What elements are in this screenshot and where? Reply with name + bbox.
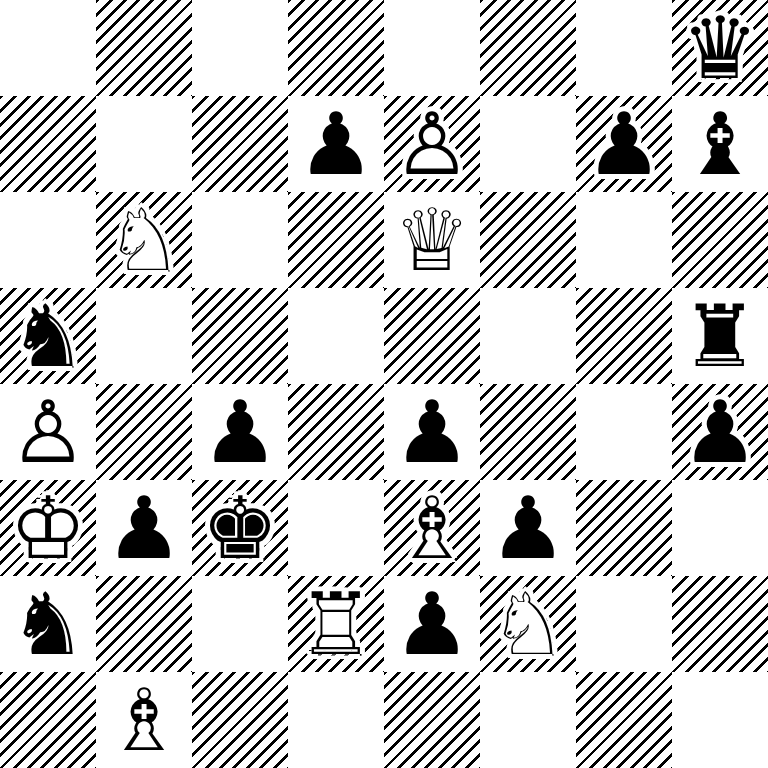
square-b4[interactable]: [96, 384, 192, 480]
square-g4[interactable]: [576, 384, 672, 480]
piece-glyph: ♜: [672, 288, 768, 384]
square-d3[interactable]: [288, 480, 384, 576]
piece-white-rook[interactable]: ♜♖: [288, 576, 384, 672]
square-g3[interactable]: [576, 480, 672, 576]
square-h4[interactable]: ♟♟: [672, 384, 768, 480]
piece-white-bishop[interactable]: ♝♗: [384, 480, 480, 576]
piece-glyph: ♔: [0, 480, 96, 576]
piece-glyph: ♞: [0, 576, 96, 672]
square-h8[interactable]: ♛♛: [672, 0, 768, 96]
square-d6[interactable]: [288, 192, 384, 288]
piece-black-pawn[interactable]: ♟♟: [576, 96, 672, 192]
piece-glyph: ♙: [0, 384, 96, 480]
square-b5[interactable]: [96, 288, 192, 384]
piece-black-king[interactable]: ♚♚: [192, 480, 288, 576]
square-f4[interactable]: [480, 384, 576, 480]
piece-black-knight[interactable]: ♞♞: [0, 576, 96, 672]
square-h7[interactable]: ♝♝: [672, 96, 768, 192]
square-f6[interactable]: [480, 192, 576, 288]
square-h6[interactable]: [672, 192, 768, 288]
square-g8[interactable]: [576, 0, 672, 96]
square-a5[interactable]: ♞♞: [0, 288, 96, 384]
square-b1[interactable]: ♝♗: [96, 672, 192, 768]
square-a6[interactable]: [0, 192, 96, 288]
piece-glyph: ♘: [480, 576, 576, 672]
square-h1[interactable]: [672, 672, 768, 768]
piece-black-bishop[interactable]: ♝♝: [672, 96, 768, 192]
square-f5[interactable]: [480, 288, 576, 384]
square-e4[interactable]: ♟♟: [384, 384, 480, 480]
chess-board: ♛♛♟♟♟♙♟♟♝♝♞♘♛♕♞♞♜♜♟♙♟♟♟♟♟♟♚♔♟♟♚♚♝♗♟♟♞♞♜♖…: [0, 0, 768, 768]
square-h5[interactable]: ♜♜: [672, 288, 768, 384]
square-f8[interactable]: [480, 0, 576, 96]
piece-glyph: ♟: [384, 384, 480, 480]
piece-black-pawn[interactable]: ♟♟: [384, 576, 480, 672]
piece-black-queen[interactable]: ♛♛: [672, 0, 768, 96]
piece-glyph: ♞: [0, 288, 96, 384]
square-f7[interactable]: [480, 96, 576, 192]
square-f2[interactable]: ♞♘: [480, 576, 576, 672]
square-e6[interactable]: ♛♕: [384, 192, 480, 288]
piece-black-pawn[interactable]: ♟♟: [96, 480, 192, 576]
square-a7[interactable]: [0, 96, 96, 192]
square-c3[interactable]: ♚♚: [192, 480, 288, 576]
square-c5[interactable]: [192, 288, 288, 384]
piece-glyph: ♗: [384, 480, 480, 576]
square-e5[interactable]: [384, 288, 480, 384]
square-e7[interactable]: ♟♙: [384, 96, 480, 192]
piece-glyph: ♕: [384, 192, 480, 288]
piece-black-pawn[interactable]: ♟♟: [192, 384, 288, 480]
piece-glyph: ♗: [96, 672, 192, 768]
piece-glyph: ♖: [288, 576, 384, 672]
piece-glyph: ♟: [288, 96, 384, 192]
piece-white-bishop[interactable]: ♝♗: [96, 672, 192, 768]
piece-glyph: ♛: [672, 0, 768, 96]
square-d4[interactable]: [288, 384, 384, 480]
square-b6[interactable]: ♞♘: [96, 192, 192, 288]
piece-black-rook[interactable]: ♜♜: [672, 288, 768, 384]
square-f3[interactable]: ♟♟: [480, 480, 576, 576]
piece-glyph: ♘: [96, 192, 192, 288]
square-d2[interactable]: ♜♖: [288, 576, 384, 672]
square-e1[interactable]: [384, 672, 480, 768]
piece-white-pawn[interactable]: ♟♙: [0, 384, 96, 480]
square-g5[interactable]: [576, 288, 672, 384]
square-a3[interactable]: ♚♔: [0, 480, 96, 576]
piece-glyph: ♚: [192, 480, 288, 576]
square-d1[interactable]: [288, 672, 384, 768]
square-a2[interactable]: ♞♞: [0, 576, 96, 672]
square-c6[interactable]: [192, 192, 288, 288]
piece-glyph: ♟: [672, 384, 768, 480]
piece-white-queen[interactable]: ♛♕: [384, 192, 480, 288]
square-e8[interactable]: [384, 0, 480, 96]
square-b3[interactable]: ♟♟: [96, 480, 192, 576]
square-b2[interactable]: [96, 576, 192, 672]
piece-black-pawn[interactable]: ♟♟: [384, 384, 480, 480]
square-c8[interactable]: [192, 0, 288, 96]
piece-black-knight[interactable]: ♞♞: [0, 288, 96, 384]
square-h3[interactable]: [672, 480, 768, 576]
piece-glyph: ♟: [192, 384, 288, 480]
square-c4[interactable]: ♟♟: [192, 384, 288, 480]
piece-white-king[interactable]: ♚♔: [0, 480, 96, 576]
square-g2[interactable]: [576, 576, 672, 672]
piece-black-pawn[interactable]: ♟♟: [288, 96, 384, 192]
piece-glyph: ♟: [384, 576, 480, 672]
square-e3[interactable]: ♝♗: [384, 480, 480, 576]
square-c7[interactable]: [192, 96, 288, 192]
square-a1[interactable]: [0, 672, 96, 768]
square-g7[interactable]: ♟♟: [576, 96, 672, 192]
square-g6[interactable]: [576, 192, 672, 288]
square-c1[interactable]: [192, 672, 288, 768]
square-e2[interactable]: ♟♟: [384, 576, 480, 672]
piece-glyph: ♙: [384, 96, 480, 192]
square-g1[interactable]: [576, 672, 672, 768]
square-d5[interactable]: [288, 288, 384, 384]
square-d8[interactable]: [288, 0, 384, 96]
square-d7[interactable]: ♟♟: [288, 96, 384, 192]
square-a8[interactable]: [0, 0, 96, 96]
piece-glyph: ♝: [672, 96, 768, 192]
square-b7[interactable]: [96, 96, 192, 192]
piece-white-knight[interactable]: ♞♘: [96, 192, 192, 288]
piece-white-pawn[interactable]: ♟♙: [384, 96, 480, 192]
square-b8[interactable]: [96, 0, 192, 96]
square-c2[interactable]: [192, 576, 288, 672]
piece-black-pawn[interactable]: ♟♟: [480, 480, 576, 576]
piece-white-knight[interactable]: ♞♘: [480, 576, 576, 672]
piece-black-pawn[interactable]: ♟♟: [672, 384, 768, 480]
piece-glyph: ♟: [96, 480, 192, 576]
piece-glyph: ♟: [576, 96, 672, 192]
square-a4[interactable]: ♟♙: [0, 384, 96, 480]
piece-glyph: ♟: [480, 480, 576, 576]
square-f1[interactable]: [480, 672, 576, 768]
square-h2[interactable]: [672, 576, 768, 672]
